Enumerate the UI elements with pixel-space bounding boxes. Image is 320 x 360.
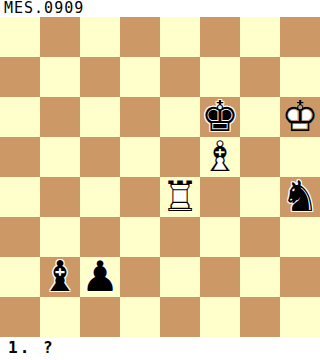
- square-g6[interactable]: [240, 97, 280, 137]
- square-b6[interactable]: [40, 97, 80, 137]
- square-e7[interactable]: [160, 57, 200, 97]
- square-b5[interactable]: [40, 137, 80, 177]
- square-d3[interactable]: [120, 217, 160, 257]
- black-pawn-piece: ♟: [80, 257, 120, 297]
- square-b8[interactable]: [40, 17, 80, 57]
- square-h3[interactable]: [280, 217, 320, 257]
- black-bishop-piece: ♝: [40, 257, 80, 297]
- square-f7[interactable]: [200, 57, 240, 97]
- square-g7[interactable]: [240, 57, 280, 97]
- black-knight-piece: ♞: [280, 177, 320, 217]
- square-h6[interactable]: ♚♔: [280, 97, 320, 137]
- square-d5[interactable]: [120, 137, 160, 177]
- puzzle-title: MES.0909: [0, 0, 320, 17]
- square-f2[interactable]: [200, 257, 240, 297]
- square-d6[interactable]: [120, 97, 160, 137]
- square-b4[interactable]: [40, 177, 80, 217]
- white-rook-piece-fill: ♜: [160, 177, 200, 217]
- square-e2[interactable]: [160, 257, 200, 297]
- square-a1[interactable]: [0, 297, 40, 337]
- square-a7[interactable]: [0, 57, 40, 97]
- square-e5[interactable]: [160, 137, 200, 177]
- square-h8[interactable]: [280, 17, 320, 57]
- square-a4[interactable]: [0, 177, 40, 217]
- square-f4[interactable]: [200, 177, 240, 217]
- square-g3[interactable]: [240, 217, 280, 257]
- square-e6[interactable]: [160, 97, 200, 137]
- square-b3[interactable]: [40, 217, 80, 257]
- square-f3[interactable]: [200, 217, 240, 257]
- square-a2[interactable]: [0, 257, 40, 297]
- chess-board: ♚♚♔♝♗♜♖♞♝♟: [0, 17, 320, 337]
- square-a6[interactable]: [0, 97, 40, 137]
- square-c6[interactable]: [80, 97, 120, 137]
- square-e4[interactable]: ♜♖: [160, 177, 200, 217]
- square-a8[interactable]: [0, 17, 40, 57]
- square-e8[interactable]: [160, 17, 200, 57]
- white-bishop-piece-fill: ♝: [200, 137, 240, 177]
- white-king-piece-fill: ♚: [280, 97, 320, 137]
- square-d7[interactable]: [120, 57, 160, 97]
- square-f8[interactable]: [200, 17, 240, 57]
- square-c4[interactable]: [80, 177, 120, 217]
- square-c3[interactable]: [80, 217, 120, 257]
- square-c8[interactable]: [80, 17, 120, 57]
- square-h4[interactable]: ♞: [280, 177, 320, 217]
- square-d1[interactable]: [120, 297, 160, 337]
- square-b2[interactable]: ♝: [40, 257, 80, 297]
- white-bishop-piece: ♗: [200, 137, 240, 177]
- square-f6[interactable]: ♚: [200, 97, 240, 137]
- square-e1[interactable]: [160, 297, 200, 337]
- square-h7[interactable]: [280, 57, 320, 97]
- square-h1[interactable]: [280, 297, 320, 337]
- square-g1[interactable]: [240, 297, 280, 337]
- square-h2[interactable]: [280, 257, 320, 297]
- square-g8[interactable]: [240, 17, 280, 57]
- square-b7[interactable]: [40, 57, 80, 97]
- square-c5[interactable]: [80, 137, 120, 177]
- black-king-piece: ♚: [200, 97, 240, 137]
- square-c2[interactable]: ♟: [80, 257, 120, 297]
- square-f1[interactable]: [200, 297, 240, 337]
- square-c1[interactable]: [80, 297, 120, 337]
- square-b1[interactable]: [40, 297, 80, 337]
- square-f5[interactable]: ♝♗: [200, 137, 240, 177]
- square-h5[interactable]: [280, 137, 320, 177]
- square-g4[interactable]: [240, 177, 280, 217]
- white-rook-piece: ♖: [160, 177, 200, 217]
- square-d8[interactable]: [120, 17, 160, 57]
- square-e3[interactable]: [160, 217, 200, 257]
- square-a3[interactable]: [0, 217, 40, 257]
- square-d4[interactable]: [120, 177, 160, 217]
- square-d2[interactable]: [120, 257, 160, 297]
- move-prompt: 1. ?: [0, 337, 320, 360]
- square-c7[interactable]: [80, 57, 120, 97]
- white-king-piece: ♔: [280, 97, 320, 137]
- square-g5[interactable]: [240, 137, 280, 177]
- square-g2[interactable]: [240, 257, 280, 297]
- square-a5[interactable]: [0, 137, 40, 177]
